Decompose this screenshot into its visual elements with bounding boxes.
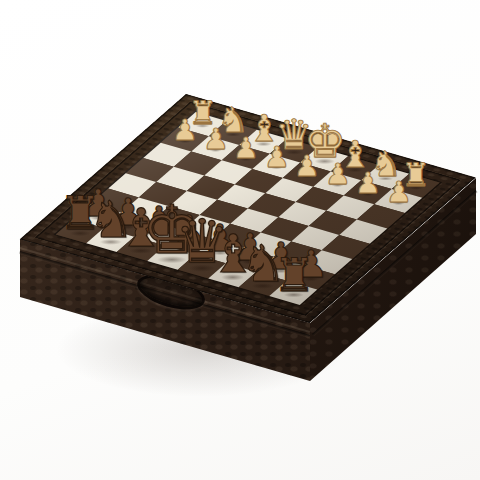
piece-white-pawn-b7[interactable]: ♟: [203, 124, 229, 153]
piece-white-pawn-h7[interactable]: ♟: [386, 177, 412, 206]
pieces-layer: ♜♞♝♛♚♝♞♜♟♟♟♟♟♟♟♟♟♟♟♟♟♟♟♟♜♞♝♚♛♝♞♜: [0, 0, 480, 480]
piece-black-rook-h1[interactable]: ♜: [273, 252, 314, 298]
piece-white-pawn-c7[interactable]: ♟: [233, 133, 259, 162]
piece-white-pawn-g7[interactable]: ♟: [355, 168, 381, 197]
scene: ♜♞♝♛♚♝♞♜♟♟♟♟♟♟♟♟♟♟♟♟♟♟♟♟♜♞♝♚♛♝♞♜: [0, 0, 480, 480]
piece-white-pawn-d7[interactable]: ♟: [264, 142, 290, 171]
piece-white-pawn-e7[interactable]: ♟: [294, 151, 320, 180]
piece-white-pawn-f7[interactable]: ♟: [325, 159, 351, 188]
piece-white-pawn-a7[interactable]: ♟: [172, 115, 198, 144]
